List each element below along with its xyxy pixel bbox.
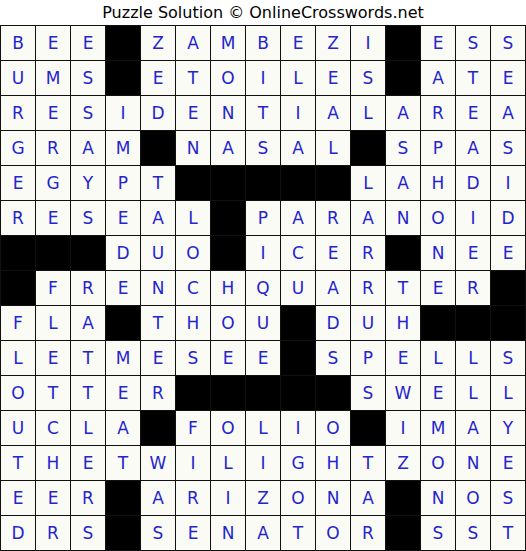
grid-cell: R [1, 96, 36, 131]
grid-cell: S [421, 516, 456, 551]
grid-cell: R [141, 376, 176, 411]
grid-cell-black [386, 236, 421, 271]
grid-cell: E [491, 446, 526, 481]
grid-cell: S [316, 341, 351, 376]
grid-cell-black [211, 236, 246, 271]
grid-cell: A [421, 61, 456, 96]
grid-cell: R [71, 271, 106, 306]
grid-cell: N [141, 271, 176, 306]
grid-cell: N [421, 236, 456, 271]
grid-cell: S [141, 516, 176, 551]
grid-cell: L [281, 61, 316, 96]
grid-cell: H [176, 306, 211, 341]
grid-cell: O [421, 201, 456, 236]
grid-cell: H [36, 446, 71, 481]
grid-cell: N [386, 201, 421, 236]
grid-cell: E [246, 341, 281, 376]
grid-cell: E [141, 341, 176, 376]
grid-cell-black [281, 341, 316, 376]
grid-cell: T [1, 446, 36, 481]
grid-cell: N [211, 96, 246, 131]
grid-cell: A [316, 96, 351, 131]
grid-cell: E [106, 271, 141, 306]
grid-cell: O [316, 411, 351, 446]
grid-cell: M [106, 131, 141, 166]
grid-cell-black [351, 411, 386, 446]
grid-cell: W [386, 376, 421, 411]
grid-cell: R [421, 96, 456, 131]
grid-cell: A [141, 481, 176, 516]
grid-cell: L [71, 411, 106, 446]
crossword-grid: BEEZAMBEZIESSUMSETOILESATERESIDENTIALARE… [0, 25, 526, 551]
grid-cell: A [386, 96, 421, 131]
grid-cell: E [421, 271, 456, 306]
grid-cell: U [281, 271, 316, 306]
grid-cell: R [36, 131, 71, 166]
grid-cell: E [71, 446, 106, 481]
grid-cell: L [316, 131, 351, 166]
grid-cell-black [316, 376, 351, 411]
grid-cell: I [246, 61, 281, 96]
grid-cell-black [141, 131, 176, 166]
grid-cell: Z [386, 446, 421, 481]
grid-cell: D [316, 306, 351, 341]
grid-cell: E [491, 61, 526, 96]
grid-cell: A [71, 306, 106, 341]
grid-cell: P [351, 341, 386, 376]
grid-cell: L [211, 446, 246, 481]
grid-cell: A [456, 411, 491, 446]
grid-cell: Z [141, 26, 176, 61]
grid-cell: E [421, 26, 456, 61]
grid-cell: I [281, 96, 316, 131]
grid-cell: E [106, 376, 141, 411]
grid-cell-black [421, 306, 456, 341]
grid-cell: D [106, 236, 141, 271]
grid-cell: Q [246, 271, 281, 306]
grid-cell-black [316, 166, 351, 201]
grid-cell: H [316, 446, 351, 481]
grid-cell: O [211, 411, 246, 446]
grid-cell: T [351, 446, 386, 481]
grid-cell-black [106, 481, 141, 516]
grid-cell: E [36, 481, 71, 516]
grid-cell-black [456, 306, 491, 341]
grid-cell: E [1, 481, 36, 516]
grid-cell: L [176, 201, 211, 236]
grid-cell: A [211, 131, 246, 166]
grid-cell: B [1, 26, 36, 61]
grid-cell: C [176, 271, 211, 306]
grid-cell: E [1, 166, 36, 201]
grid-cell: D [1, 516, 36, 551]
grid-cell: S [351, 376, 386, 411]
grid-cell-black [211, 376, 246, 411]
grid-cell: U [246, 306, 281, 341]
grid-cell: U [1, 411, 36, 446]
grid-cell: T [106, 446, 141, 481]
grid-cell: G [281, 446, 316, 481]
grid-cell-black [106, 516, 141, 551]
grid-cell: I [246, 446, 281, 481]
grid-cell: H [386, 306, 421, 341]
grid-cell-black [246, 166, 281, 201]
grid-cell: P [106, 166, 141, 201]
grid-cell: I [106, 96, 141, 131]
grid-cell: A [176, 26, 211, 61]
grid-cell: Z [246, 481, 281, 516]
grid-cell-black [491, 306, 526, 341]
grid-cell: H [211, 271, 246, 306]
grid-cell: O [281, 481, 316, 516]
grid-cell: L [421, 341, 456, 376]
grid-cell: I [351, 26, 386, 61]
grid-cell: S [456, 26, 491, 61]
grid-cell: N [176, 131, 211, 166]
grid-cell: D [456, 166, 491, 201]
grid-cell: S [176, 341, 211, 376]
grid-cell: S [491, 341, 526, 376]
grid-cell: S [351, 61, 386, 96]
grid-cell-black [1, 236, 36, 271]
grid-cell: E [106, 201, 141, 236]
grid-cell: U [1, 61, 36, 96]
grid-cell: S [386, 131, 421, 166]
grid-cell: E [316, 61, 351, 96]
grid-cell: Y [491, 411, 526, 446]
grid-cell: O [211, 61, 246, 96]
grid-cell: A [386, 166, 421, 201]
grid-cell: S [71, 201, 106, 236]
grid-cell: E [36, 341, 71, 376]
grid-cell: L [246, 411, 281, 446]
page-title: Puzzle Solution © OnlineCrosswords.net [0, 0, 526, 25]
grid-cell-black [141, 411, 176, 446]
grid-cell: E [71, 26, 106, 61]
grid-cell: I [281, 411, 316, 446]
grid-cell: L [491, 376, 526, 411]
grid-cell: T [246, 96, 281, 131]
grid-cell: E [36, 26, 71, 61]
grid-cell: E [316, 236, 351, 271]
grid-cell: U [351, 306, 386, 341]
grid-cell: I [386, 411, 421, 446]
grid-cell: D [141, 96, 176, 131]
grid-cell: M [211, 26, 246, 61]
grid-cell: E [36, 201, 71, 236]
grid-cell: P [421, 131, 456, 166]
grid-cell: L [351, 96, 386, 131]
grid-cell: H [421, 166, 456, 201]
grid-cell: A [246, 516, 281, 551]
grid-cell: T [141, 166, 176, 201]
grid-cell-black [491, 271, 526, 306]
grid-cell-black [281, 306, 316, 341]
grid-cell: E [421, 376, 456, 411]
grid-cell-black [211, 201, 246, 236]
grid-cell-black [176, 166, 211, 201]
grid-cell: L [456, 341, 491, 376]
grid-cell: N [456, 446, 491, 481]
grid-cell: T [71, 341, 106, 376]
grid-cell: O [316, 516, 351, 551]
grid-cell: F [1, 306, 36, 341]
grid-cell: I [176, 446, 211, 481]
grid-cell: E [176, 96, 211, 131]
grid-cell: I [246, 236, 281, 271]
grid-cell: R [316, 201, 351, 236]
grid-cell: L [1, 341, 36, 376]
grid-cell: S [456, 516, 491, 551]
grid-cell: E [386, 341, 421, 376]
grid-cell-black [36, 236, 71, 271]
grid-cell-black [71, 236, 106, 271]
grid-cell: T [456, 61, 491, 96]
grid-cell-black [211, 166, 246, 201]
grid-cell: Y [71, 166, 106, 201]
grid-cell: O [211, 306, 246, 341]
grid-cell: L [351, 166, 386, 201]
grid-cell: S [71, 61, 106, 96]
grid-cell: M [36, 61, 71, 96]
grid-cell: A [281, 201, 316, 236]
grid-cell: O [1, 376, 36, 411]
grid-cell: M [106, 341, 141, 376]
grid-cell-black [106, 306, 141, 341]
grid-cell: F [36, 271, 71, 306]
grid-cell: E [456, 236, 491, 271]
grid-cell: E [211, 341, 246, 376]
grid-cell: Z [316, 26, 351, 61]
grid-cell: R [36, 516, 71, 551]
grid-cell: R [456, 271, 491, 306]
grid-cell: N [316, 481, 351, 516]
grid-cell: R [351, 236, 386, 271]
grid-cell: O [176, 236, 211, 271]
grid-cell: S [491, 131, 526, 166]
grid-cell: I [456, 201, 491, 236]
grid-cell-black [281, 166, 316, 201]
grid-cell: E [176, 516, 211, 551]
grid-cell-black [386, 516, 421, 551]
grid-cell: G [36, 166, 71, 201]
grid-cell: A [106, 411, 141, 446]
grid-cell: A [491, 96, 526, 131]
grid-cell-black [351, 131, 386, 166]
grid-cell: A [141, 201, 176, 236]
grid-cell: A [281, 131, 316, 166]
grid-cell-black [176, 376, 211, 411]
grid-cell: S [491, 481, 526, 516]
grid-cell: E [281, 26, 316, 61]
grid-cell-black [106, 26, 141, 61]
grid-cell: S [246, 131, 281, 166]
grid-cell: T [491, 516, 526, 551]
grid-cell: C [281, 236, 316, 271]
grid-cell: R [71, 481, 106, 516]
grid-cell: R [1, 201, 36, 236]
grid-cell-black [246, 376, 281, 411]
grid-cell-black [386, 481, 421, 516]
grid-cell: A [351, 201, 386, 236]
puzzle-solution-page: Puzzle Solution © OnlineCrosswords.net B… [0, 0, 526, 551]
grid-cell: W [141, 446, 176, 481]
grid-cell: N [211, 516, 246, 551]
grid-cell: G [1, 131, 36, 166]
grid-cell: L [36, 306, 71, 341]
grid-cell: O [421, 446, 456, 481]
grid-cell-black [1, 271, 36, 306]
grid-cell-black [386, 26, 421, 61]
grid-cell: E [491, 236, 526, 271]
grid-cell: R [351, 271, 386, 306]
grid-cell: C [36, 411, 71, 446]
grid-cell: I [211, 481, 246, 516]
grid-cell: T [36, 376, 71, 411]
grid-cell: M [421, 411, 456, 446]
grid-cell: L [456, 376, 491, 411]
grid-cell: T [176, 61, 211, 96]
grid-cell: A [351, 481, 386, 516]
grid-cell: S [71, 516, 106, 551]
grid-cell-black [106, 61, 141, 96]
grid-cell: E [36, 96, 71, 131]
grid-cell: A [71, 131, 106, 166]
grid-cell: F [176, 411, 211, 446]
grid-cell: O [456, 481, 491, 516]
grid-cell: P [246, 201, 281, 236]
grid-cell: E [141, 61, 176, 96]
grid-cell: U [141, 236, 176, 271]
grid-cell: B [246, 26, 281, 61]
grid-cell: E [456, 96, 491, 131]
grid-cell: T [386, 271, 421, 306]
grid-cell: R [351, 516, 386, 551]
grid-cell-black [386, 61, 421, 96]
grid-cell: T [141, 306, 176, 341]
grid-cell: A [316, 271, 351, 306]
grid-cell: A [456, 131, 491, 166]
grid-cell: T [281, 516, 316, 551]
grid-cell-black [281, 376, 316, 411]
grid-cell: T [71, 376, 106, 411]
grid-cell: R [176, 481, 211, 516]
grid-cell: S [491, 26, 526, 61]
grid-cell: D [491, 201, 526, 236]
grid-cell: S [71, 96, 106, 131]
grid-cell: I [491, 166, 526, 201]
grid-cell: N [421, 481, 456, 516]
